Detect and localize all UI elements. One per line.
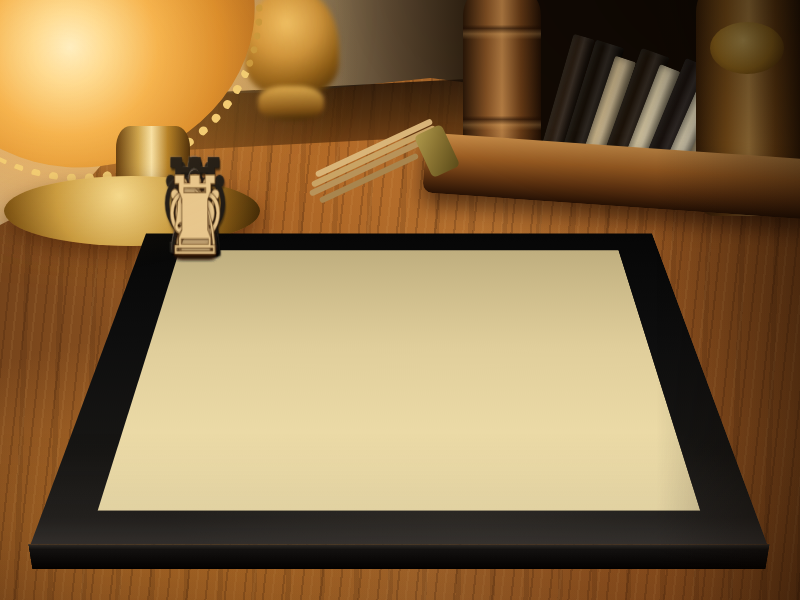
chessboard: ♜♞♝♛♚♝♞♜♟♟♟♟♟♟♟♟♟♟♟♟♟♟♟♟♜♞♝♛♚♝♞♜ <box>31 233 768 544</box>
white-rook[interactable]: ♜ <box>163 162 227 271</box>
scene-photo: ♜♞♝♛♚♝♞♜♟♟♟♟♟♟♟♟♟♟♟♟♟♟♟♟♜♞♝♛♚♝♞♜ <box>0 0 800 600</box>
board-perspective-scene: ♜♞♝♛♚♝♞♜♟♟♟♟♟♟♟♟♟♟♟♟♟♟♟♟♜♞♝♛♚♝♞♜ <box>0 0 800 600</box>
board-grid: ♜♞♝♛♚♝♞♜♟♟♟♟♟♟♟♟♟♟♟♟♟♟♟♟♜♞♝♛♚♝♞♜ <box>125 258 672 497</box>
